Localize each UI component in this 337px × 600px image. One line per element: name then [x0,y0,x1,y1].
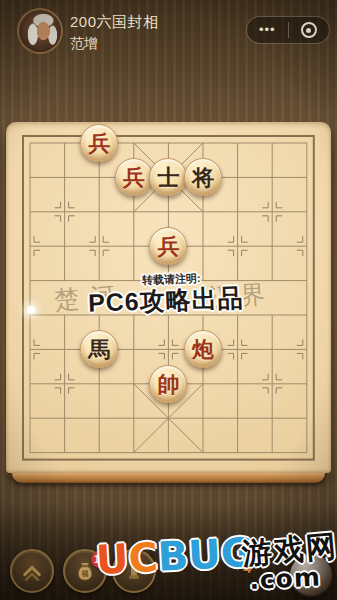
hint-item-button[interactable] [112,549,156,593]
board-bevel-edge [12,473,325,483]
bottom-shade [0,505,337,600]
watermark-source: PC6攻略出品 [87,281,244,319]
item-count: 4 [243,559,251,576]
menu-orb-button[interactable] [288,552,334,598]
hint-item-icon [121,558,147,584]
player-avatar[interactable] [17,8,63,54]
collapse-button[interactable] [10,549,54,593]
wechat-capsule: ••• [246,16,330,44]
player-name: 范增 [70,35,98,53]
exit-icon[interactable] [289,22,330,38]
level-title: 200六国封相 [70,13,159,32]
piece-character: 馬 [88,338,110,360]
piece-character: 兵 [157,235,179,257]
piece-character: 将 [192,166,214,188]
xiangqi-piece-red[interactable]: 帥 [149,365,187,403]
bag-badge: 14 [91,551,108,568]
piece-character: 兵 [88,132,110,154]
top-bar: 200六国封相 范增 ••• [0,0,337,60]
piece-character: 炮 [192,338,214,360]
xiangqi-piece-red[interactable]: 兵 [115,158,153,196]
more-icon[interactable]: ••• [247,17,288,43]
sparkle-effect [27,306,35,314]
chevron-up-icon [16,555,48,587]
xiangqi-piece-red[interactable]: 兵 [80,124,118,162]
piece-character: 士 [157,166,179,188]
svg-text:福: 福 [81,569,89,578]
piece-character: 帥 [157,373,179,395]
xiangqi-board[interactable]: 楚河 汉界 转载请注明: PC6攻略出品 兵兵士将兵馬炮帥 [6,122,331,473]
piece-character: 兵 [123,166,145,188]
